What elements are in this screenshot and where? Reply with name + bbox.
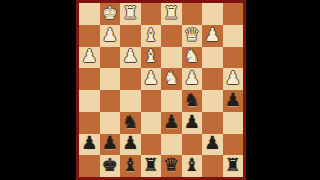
piece-white-queen-c2[interactable]: ♛ [184, 26, 200, 44]
piece-black-rook-a8[interactable]: ♜ [225, 156, 241, 174]
square-g1[interactable]: ♚ [100, 3, 121, 25]
piece-black-pawn-b7[interactable]: ♟ [204, 134, 220, 152]
square-c2[interactable]: ♛ [182, 25, 203, 47]
piece-white-pawn-e4[interactable]: ♟ [143, 69, 159, 87]
piece-white-knight-c3[interactable]: ♞ [184, 47, 200, 65]
square-d3[interactable] [161, 47, 182, 69]
piece-black-pawn-d6[interactable]: ♟ [163, 113, 179, 131]
screenshot-canvas: ♚♜♜♟♝♛♟♟♟♝♞♟♞♟♟♞♟♞♟♟♟♟♟♟♚♝♜♛♝♜ [0, 0, 320, 180]
piece-black-bishop-f8[interactable]: ♝ [122, 156, 138, 174]
square-d1[interactable]: ♜ [161, 3, 182, 25]
square-g4[interactable] [100, 68, 121, 90]
square-h3[interactable]: ♟ [79, 47, 100, 69]
square-d6[interactable]: ♟ [161, 112, 182, 134]
piece-black-king-g8[interactable]: ♚ [102, 156, 118, 174]
chess-board: ♚♜♜♟♝♛♟♟♟♝♞♟♞♟♟♞♟♞♟♟♟♟♟♟♚♝♜♛♝♜ [79, 3, 243, 177]
square-a8[interactable]: ♜ [223, 155, 244, 177]
piece-black-rook-e8[interactable]: ♜ [143, 156, 159, 174]
piece-black-pawn-h7[interactable]: ♟ [81, 134, 97, 152]
square-f4[interactable] [120, 68, 141, 90]
square-g5[interactable] [100, 90, 121, 112]
square-g6[interactable] [100, 112, 121, 134]
square-h5[interactable] [79, 90, 100, 112]
square-a6[interactable] [223, 112, 244, 134]
square-a2[interactable] [223, 25, 244, 47]
piece-black-pawn-a5[interactable]: ♟ [225, 91, 241, 109]
square-f8[interactable]: ♝ [120, 155, 141, 177]
piece-white-knight-d4[interactable]: ♞ [163, 69, 179, 87]
square-b5[interactable] [202, 90, 223, 112]
square-f7[interactable]: ♟ [120, 134, 141, 156]
square-h6[interactable] [79, 112, 100, 134]
square-e1[interactable] [141, 3, 162, 25]
square-a5[interactable]: ♟ [223, 90, 244, 112]
square-e2[interactable]: ♝ [141, 25, 162, 47]
letterbox-right [246, 0, 320, 180]
square-a4[interactable]: ♟ [223, 68, 244, 90]
piece-white-pawn-g2[interactable]: ♟ [102, 26, 118, 44]
square-g3[interactable] [100, 47, 121, 69]
square-c8[interactable]: ♝ [182, 155, 203, 177]
piece-white-pawn-h3[interactable]: ♟ [81, 47, 97, 65]
square-e3[interactable]: ♝ [141, 47, 162, 69]
square-c4[interactable]: ♟ [182, 68, 203, 90]
square-c7[interactable] [182, 134, 203, 156]
square-e8[interactable]: ♜ [141, 155, 162, 177]
piece-white-rook-d1[interactable]: ♜ [163, 4, 179, 22]
square-f1[interactable]: ♜ [120, 3, 141, 25]
square-h7[interactable]: ♟ [79, 134, 100, 156]
square-e7[interactable] [141, 134, 162, 156]
piece-black-knight-f6[interactable]: ♞ [122, 113, 138, 131]
square-c6[interactable]: ♟ [182, 112, 203, 134]
piece-white-bishop-e2[interactable]: ♝ [143, 26, 159, 44]
piece-black-pawn-g7[interactable]: ♟ [102, 134, 118, 152]
square-a3[interactable] [223, 47, 244, 69]
piece-black-bishop-c8[interactable]: ♝ [184, 156, 200, 174]
square-f5[interactable] [120, 90, 141, 112]
square-e5[interactable] [141, 90, 162, 112]
piece-black-queen-d8[interactable]: ♛ [163, 156, 179, 174]
square-h4[interactable] [79, 68, 100, 90]
square-c5[interactable]: ♞ [182, 90, 203, 112]
square-d5[interactable] [161, 90, 182, 112]
letterbox-left [0, 0, 76, 180]
square-e4[interactable]: ♟ [141, 68, 162, 90]
piece-black-pawn-f7[interactable]: ♟ [122, 134, 138, 152]
square-h2[interactable] [79, 25, 100, 47]
square-b6[interactable] [202, 112, 223, 134]
square-b8[interactable] [202, 155, 223, 177]
square-a7[interactable] [223, 134, 244, 156]
square-b1[interactable] [202, 3, 223, 25]
piece-white-bishop-e3[interactable]: ♝ [143, 47, 159, 65]
piece-white-rook-f1[interactable]: ♜ [122, 4, 138, 22]
square-h8[interactable] [79, 155, 100, 177]
piece-white-king-g1[interactable]: ♚ [102, 4, 118, 22]
piece-white-pawn-a4[interactable]: ♟ [225, 69, 241, 87]
square-b7[interactable]: ♟ [202, 134, 223, 156]
square-d8[interactable]: ♛ [161, 155, 182, 177]
square-f3[interactable]: ♟ [120, 47, 141, 69]
square-g8[interactable]: ♚ [100, 155, 121, 177]
square-d7[interactable] [161, 134, 182, 156]
piece-black-pawn-c6[interactable]: ♟ [184, 113, 200, 131]
square-c1[interactable] [182, 3, 203, 25]
square-b2[interactable]: ♟ [202, 25, 223, 47]
square-a1[interactable] [223, 3, 244, 25]
square-b4[interactable] [202, 68, 223, 90]
square-e6[interactable] [141, 112, 162, 134]
square-h1[interactable] [79, 3, 100, 25]
square-d4[interactable]: ♞ [161, 68, 182, 90]
piece-white-pawn-f3[interactable]: ♟ [122, 47, 138, 65]
piece-black-knight-c5[interactable]: ♞ [184, 91, 200, 109]
square-g7[interactable]: ♟ [100, 134, 121, 156]
square-f2[interactable] [120, 25, 141, 47]
square-f6[interactable]: ♞ [120, 112, 141, 134]
square-c3[interactable]: ♞ [182, 47, 203, 69]
piece-white-pawn-c4[interactable]: ♟ [184, 69, 200, 87]
square-g2[interactable]: ♟ [100, 25, 121, 47]
square-d2[interactable] [161, 25, 182, 47]
piece-white-pawn-b2[interactable]: ♟ [204, 26, 220, 44]
square-b3[interactable] [202, 47, 223, 69]
board-frame: ♚♜♜♟♝♛♟♟♟♝♞♟♞♟♟♞♟♞♟♟♟♟♟♟♚♝♜♛♝♜ [76, 0, 246, 180]
